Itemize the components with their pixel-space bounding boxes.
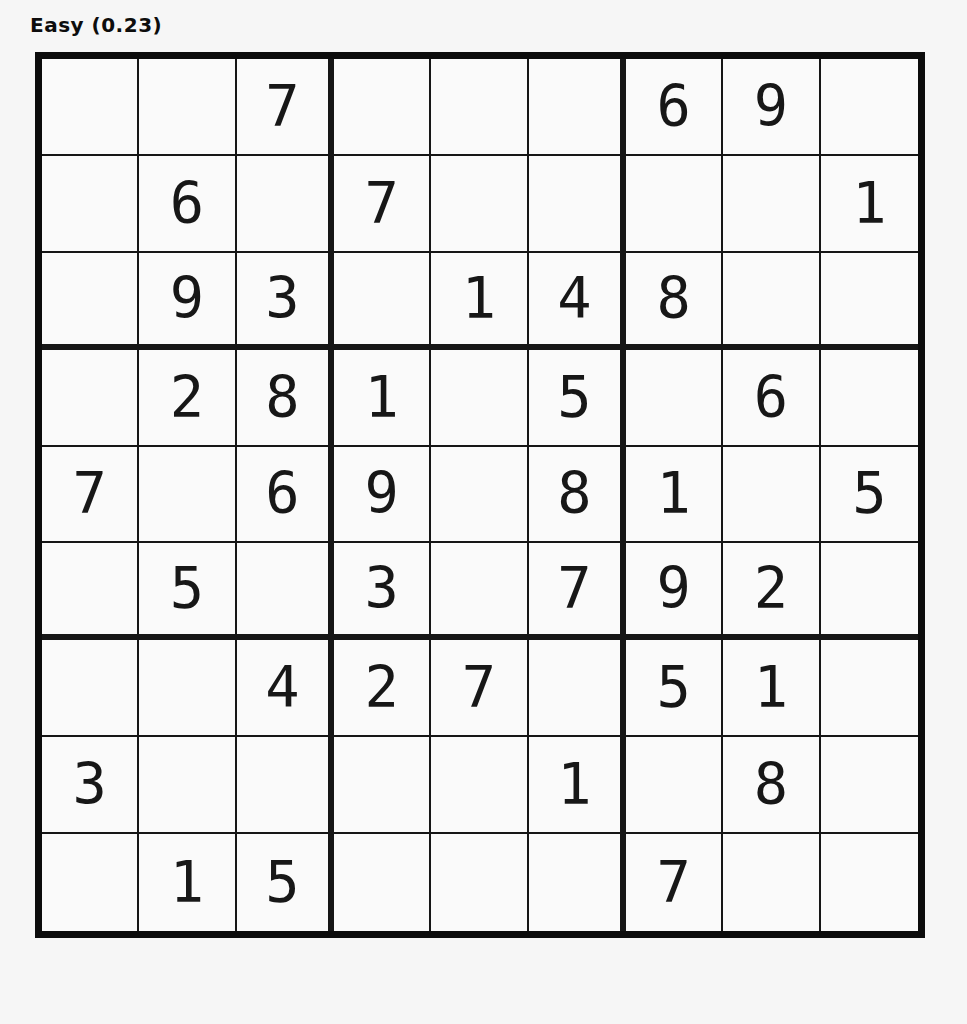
- cell-r3c9[interactable]: [821, 253, 918, 350]
- cell-r6c1[interactable]: [42, 543, 139, 640]
- cell-r6c2[interactable]: 5: [139, 543, 236, 640]
- cell-r9c6[interactable]: [529, 834, 626, 931]
- cell-r8c8[interactable]: 8: [723, 737, 820, 834]
- cell-r7c8[interactable]: 1: [723, 640, 820, 737]
- cell-r8c9[interactable]: [821, 737, 918, 834]
- cell-r1c5[interactable]: [431, 59, 528, 156]
- cell-r8c3[interactable]: [237, 737, 334, 834]
- cell-r4c2[interactable]: 2: [139, 350, 236, 447]
- cell-r6c7[interactable]: 9: [626, 543, 723, 640]
- cell-r9c7[interactable]: 7: [626, 834, 723, 931]
- cell-r4c1[interactable]: [42, 350, 139, 447]
- cell-r5c3[interactable]: 6: [237, 447, 334, 544]
- cell-r9c1[interactable]: [42, 834, 139, 931]
- cell-r6c9[interactable]: [821, 543, 918, 640]
- cell-r1c6[interactable]: [529, 59, 626, 156]
- cell-r6c8[interactable]: 2: [723, 543, 820, 640]
- cell-r1c3[interactable]: 7: [237, 59, 334, 156]
- cell-r9c8[interactable]: [723, 834, 820, 931]
- sudoku-board: 76967193148281567698155379242751318157: [35, 52, 925, 938]
- cell-r2c1[interactable]: [42, 156, 139, 253]
- cell-r9c4[interactable]: [334, 834, 431, 931]
- cell-r5c8[interactable]: [723, 447, 820, 544]
- cell-r3c7[interactable]: 8: [626, 253, 723, 350]
- cell-r5c2[interactable]: [139, 447, 236, 544]
- cell-r6c3[interactable]: [237, 543, 334, 640]
- cell-r7c7[interactable]: 5: [626, 640, 723, 737]
- cell-r4c6[interactable]: 5: [529, 350, 626, 447]
- cell-r7c9[interactable]: [821, 640, 918, 737]
- cell-r8c1[interactable]: 3: [42, 737, 139, 834]
- cell-r7c3[interactable]: 4: [237, 640, 334, 737]
- cell-r7c4[interactable]: 2: [334, 640, 431, 737]
- cell-r8c7[interactable]: [626, 737, 723, 834]
- cell-r5c4[interactable]: 9: [334, 447, 431, 544]
- cell-r9c2[interactable]: 1: [139, 834, 236, 931]
- cell-r1c9[interactable]: [821, 59, 918, 156]
- cell-r3c3[interactable]: 3: [237, 253, 334, 350]
- cell-r8c2[interactable]: [139, 737, 236, 834]
- cell-r1c7[interactable]: 6: [626, 59, 723, 156]
- cell-r4c3[interactable]: 8: [237, 350, 334, 447]
- cell-r7c2[interactable]: [139, 640, 236, 737]
- cell-r9c3[interactable]: 5: [237, 834, 334, 931]
- cell-r4c8[interactable]: 6: [723, 350, 820, 447]
- cell-r3c4[interactable]: [334, 253, 431, 350]
- cell-r3c2[interactable]: 9: [139, 253, 236, 350]
- cell-r5c9[interactable]: 5: [821, 447, 918, 544]
- cell-r2c3[interactable]: [237, 156, 334, 253]
- cell-r1c4[interactable]: [334, 59, 431, 156]
- puzzle-title: Easy (0.23): [30, 13, 162, 37]
- cell-r7c6[interactable]: [529, 640, 626, 737]
- cell-r5c1[interactable]: 7: [42, 447, 139, 544]
- cell-r3c8[interactable]: [723, 253, 820, 350]
- cell-r5c7[interactable]: 1: [626, 447, 723, 544]
- cell-r3c1[interactable]: [42, 253, 139, 350]
- cell-r6c5[interactable]: [431, 543, 528, 640]
- cell-r6c6[interactable]: 7: [529, 543, 626, 640]
- cell-r4c7[interactable]: [626, 350, 723, 447]
- cell-r9c5[interactable]: [431, 834, 528, 931]
- cell-r2c7[interactable]: [626, 156, 723, 253]
- cell-r3c5[interactable]: 1: [431, 253, 528, 350]
- sudoku-page: Easy (0.23) 7696719314828156769815537924…: [0, 0, 967, 1024]
- cell-r6c4[interactable]: 3: [334, 543, 431, 640]
- cell-r8c5[interactable]: [431, 737, 528, 834]
- cell-r7c1[interactable]: [42, 640, 139, 737]
- cell-r2c4[interactable]: 7: [334, 156, 431, 253]
- cell-r5c6[interactable]: 8: [529, 447, 626, 544]
- cell-r8c6[interactable]: 1: [529, 737, 626, 834]
- cell-r3c6[interactable]: 4: [529, 253, 626, 350]
- cell-r7c5[interactable]: 7: [431, 640, 528, 737]
- cell-r1c2[interactable]: [139, 59, 236, 156]
- cell-r8c4[interactable]: [334, 737, 431, 834]
- cell-r2c5[interactable]: [431, 156, 528, 253]
- cell-r2c6[interactable]: [529, 156, 626, 253]
- cell-r4c9[interactable]: [821, 350, 918, 447]
- cell-r5c5[interactable]: [431, 447, 528, 544]
- cell-r9c9[interactable]: [821, 834, 918, 931]
- cell-r4c4[interactable]: 1: [334, 350, 431, 447]
- cell-r2c8[interactable]: [723, 156, 820, 253]
- cell-r1c8[interactable]: 9: [723, 59, 820, 156]
- cell-r1c1[interactable]: [42, 59, 139, 156]
- cell-r2c2[interactable]: 6: [139, 156, 236, 253]
- cell-r2c9[interactable]: 1: [821, 156, 918, 253]
- cell-r4c5[interactable]: [431, 350, 528, 447]
